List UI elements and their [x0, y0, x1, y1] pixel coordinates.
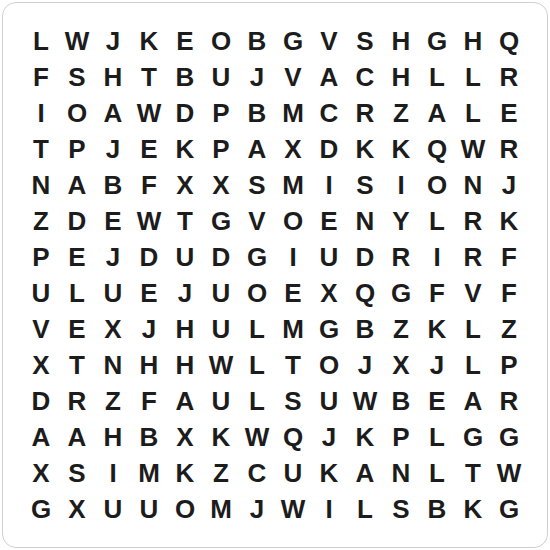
grid-cell[interactable]: U — [131, 491, 167, 527]
grid-cell[interactable]: A — [95, 95, 131, 131]
grid-cell[interactable]: N — [23, 167, 59, 203]
grid-cell[interactable]: X — [23, 455, 59, 491]
grid-cell[interactable]: Q — [491, 23, 527, 59]
grid-cell[interactable]: E — [167, 23, 203, 59]
grid-cell[interactable]: U — [311, 239, 347, 275]
grid-cell[interactable]: X — [383, 347, 419, 383]
grid-cell[interactable]: F — [131, 383, 167, 419]
grid-cell[interactable]: D — [311, 131, 347, 167]
grid-cell[interactable]: M — [131, 455, 167, 491]
grid-cell[interactable]: V — [455, 275, 491, 311]
grid-cell[interactable]: O — [311, 347, 347, 383]
grid-cell[interactable]: H — [131, 347, 167, 383]
grid-cell[interactable]: U — [167, 239, 203, 275]
grid-cell[interactable]: H — [167, 311, 203, 347]
grid-cell[interactable]: L — [347, 491, 383, 527]
grid-cell[interactable]: G — [491, 419, 527, 455]
grid-cell[interactable]: D — [347, 239, 383, 275]
grid-cell[interactable]: R — [347, 95, 383, 131]
grid-cell[interactable]: Y — [383, 203, 419, 239]
grid-cell[interactable]: D — [131, 239, 167, 275]
grid-cell[interactable]: K — [491, 203, 527, 239]
grid-cell[interactable]: G — [419, 23, 455, 59]
grid-cell[interactable]: X — [311, 275, 347, 311]
grid-cell[interactable]: Z — [491, 311, 527, 347]
grid-cell[interactable]: P — [59, 131, 95, 167]
grid-cell[interactable]: E — [275, 275, 311, 311]
grid-cell[interactable]: G — [203, 203, 239, 239]
grid-cell[interactable]: W — [491, 455, 527, 491]
grid-cell[interactable]: O — [239, 275, 275, 311]
grid-cell[interactable]: F — [419, 275, 455, 311]
grid-cell[interactable]: H — [383, 59, 419, 95]
grid-cell[interactable]: Q — [347, 275, 383, 311]
grid-cell[interactable]: V — [239, 203, 275, 239]
grid-cell[interactable]: B — [167, 59, 203, 95]
grid-cell[interactable]: H — [455, 23, 491, 59]
grid-cell[interactable]: B — [383, 383, 419, 419]
grid-cell[interactable]: K — [167, 131, 203, 167]
grid-cell[interactable]: J — [419, 347, 455, 383]
grid-cell[interactable]: S — [383, 491, 419, 527]
grid-cell[interactable]: W — [455, 131, 491, 167]
grid-cell[interactable]: B — [131, 419, 167, 455]
grid-cell[interactable]: T — [275, 347, 311, 383]
grid-cell[interactable]: S — [239, 167, 275, 203]
grid-cell[interactable]: G — [239, 239, 275, 275]
grid-cell[interactable]: W — [275, 491, 311, 527]
grid-cell[interactable]: E — [491, 95, 527, 131]
grid-cell[interactable]: X — [275, 131, 311, 167]
grid-cell[interactable]: G — [275, 23, 311, 59]
grid-cell[interactable]: F — [491, 275, 527, 311]
grid-cell[interactable]: R — [455, 203, 491, 239]
grid-cell[interactable]: M — [275, 167, 311, 203]
grid-cell[interactable]: T — [59, 347, 95, 383]
grid-cell[interactable]: K — [347, 131, 383, 167]
grid-cell[interactable]: O — [419, 167, 455, 203]
grid-cell[interactable]: K — [419, 311, 455, 347]
grid-cell[interactable]: P — [203, 95, 239, 131]
grid-cell[interactable]: E — [419, 383, 455, 419]
grid-cell[interactable]: K — [167, 455, 203, 491]
grid-cell[interactable]: N — [455, 167, 491, 203]
grid-cell[interactable]: T — [23, 131, 59, 167]
grid-cell[interactable]: C — [347, 59, 383, 95]
grid-cell[interactable]: G — [311, 311, 347, 347]
grid-cell[interactable]: S — [347, 167, 383, 203]
grid-cell[interactable]: A — [59, 419, 95, 455]
grid-cell[interactable]: E — [95, 203, 131, 239]
grid-cell[interactable]: R — [455, 239, 491, 275]
grid-cell[interactable]: J — [311, 419, 347, 455]
grid-cell[interactable]: C — [311, 95, 347, 131]
grid-cell[interactable]: X — [59, 491, 95, 527]
grid-cell[interactable]: D — [59, 203, 95, 239]
grid-cell[interactable]: I — [419, 239, 455, 275]
grid-cell[interactable]: J — [239, 59, 275, 95]
grid-cell[interactable]: B — [239, 95, 275, 131]
grid-cell[interactable]: J — [131, 311, 167, 347]
grid-cell[interactable]: W — [203, 347, 239, 383]
grid-cell[interactable]: L — [239, 383, 275, 419]
grid-cell[interactable]: I — [23, 95, 59, 131]
grid-cell[interactable]: W — [131, 203, 167, 239]
grid-cell[interactable]: D — [203, 239, 239, 275]
grid-cell[interactable]: L — [419, 419, 455, 455]
grid-cell[interactable]: J — [239, 491, 275, 527]
grid-cell[interactable]: N — [95, 347, 131, 383]
grid-cell[interactable]: N — [383, 455, 419, 491]
grid-cell[interactable]: S — [59, 455, 95, 491]
grid-cell[interactable]: K — [131, 23, 167, 59]
grid-cell[interactable]: O — [59, 95, 95, 131]
grid-cell[interactable]: L — [419, 59, 455, 95]
grid-cell[interactable]: A — [239, 131, 275, 167]
grid-cell[interactable]: I — [311, 167, 347, 203]
grid-cell[interactable]: R — [491, 383, 527, 419]
grid-cell[interactable]: W — [347, 383, 383, 419]
grid-cell[interactable]: U — [95, 491, 131, 527]
grid-cell[interactable]: G — [455, 419, 491, 455]
grid-cell[interactable]: H — [383, 23, 419, 59]
grid-cell[interactable]: B — [239, 23, 275, 59]
grid-cell[interactable]: A — [311, 59, 347, 95]
grid-cell[interactable]: I — [275, 239, 311, 275]
grid-cell[interactable]: X — [167, 167, 203, 203]
grid-cell[interactable]: B — [347, 311, 383, 347]
grid-cell[interactable]: X — [23, 347, 59, 383]
grid-cell[interactable]: U — [203, 383, 239, 419]
grid-cell[interactable]: L — [239, 347, 275, 383]
grid-cell[interactable]: E — [131, 275, 167, 311]
grid-cell[interactable]: P — [491, 347, 527, 383]
grid-cell[interactable]: U — [23, 275, 59, 311]
grid-cell[interactable]: A — [23, 419, 59, 455]
grid-cell[interactable]: R — [59, 383, 95, 419]
grid-cell[interactable]: E — [311, 203, 347, 239]
grid-cell[interactable]: U — [275, 455, 311, 491]
grid-cell[interactable]: L — [455, 311, 491, 347]
grid-cell[interactable]: L — [455, 95, 491, 131]
grid-cell[interactable]: R — [491, 131, 527, 167]
grid-cell[interactable]: S — [59, 59, 95, 95]
grid-cell[interactable]: X — [167, 419, 203, 455]
grid-cell[interactable]: V — [311, 23, 347, 59]
grid-cell[interactable]: N — [347, 203, 383, 239]
grid-cell[interactable]: R — [383, 239, 419, 275]
grid-cell[interactable]: M — [203, 491, 239, 527]
grid-cell[interactable]: A — [347, 455, 383, 491]
grid-cell[interactable]: A — [455, 383, 491, 419]
grid-cell[interactable]: U — [203, 59, 239, 95]
grid-cell[interactable]: H — [95, 59, 131, 95]
grid-cell[interactable]: Q — [275, 419, 311, 455]
grid-cell[interactable]: L — [455, 59, 491, 95]
grid-cell[interactable]: W — [239, 419, 275, 455]
grid-cell[interactable]: M — [275, 311, 311, 347]
grid-cell[interactable]: K — [383, 131, 419, 167]
grid-cell[interactable]: V — [275, 59, 311, 95]
grid-cell[interactable]: L — [419, 203, 455, 239]
grid-cell[interactable]: Z — [203, 455, 239, 491]
grid-cell[interactable]: E — [59, 311, 95, 347]
grid-cell[interactable]: B — [95, 167, 131, 203]
grid-cell[interactable]: Z — [23, 203, 59, 239]
grid-cell[interactable]: F — [23, 59, 59, 95]
grid-cell[interactable]: L — [419, 455, 455, 491]
grid-cell[interactable]: U — [311, 383, 347, 419]
grid-cell[interactable]: V — [23, 311, 59, 347]
grid-cell[interactable]: O — [275, 203, 311, 239]
grid-cell[interactable]: M — [275, 95, 311, 131]
grid-cell[interactable]: S — [347, 23, 383, 59]
board-frame: LWJKEOBGVSHGHQFSHTBUJVACHLLRIOAWDPBMCRZA… — [2, 2, 548, 548]
grid-cell[interactable]: G — [23, 491, 59, 527]
grid-cell[interactable]: T — [167, 203, 203, 239]
grid-cell[interactable]: E — [59, 239, 95, 275]
grid-cell[interactable]: I — [383, 167, 419, 203]
grid-cell[interactable]: G — [383, 275, 419, 311]
grid-cell[interactable]: J — [95, 131, 131, 167]
grid-cell[interactable]: R — [491, 59, 527, 95]
word-search-board: LWJKEOBGVSHGHQFSHTBUJVACHLLRIOAWDPBMCRZA… — [23, 23, 527, 527]
grid-cell[interactable]: U — [203, 311, 239, 347]
grid-cell[interactable]: Z — [383, 311, 419, 347]
grid-cell[interactable]: K — [311, 455, 347, 491]
grid-cell[interactable]: J — [167, 275, 203, 311]
grid-cell[interactable]: O — [167, 491, 203, 527]
grid-cell[interactable]: I — [311, 491, 347, 527]
grid-cell[interactable]: I — [95, 455, 131, 491]
grid-cell[interactable]: J — [491, 167, 527, 203]
grid-cell[interactable]: D — [23, 383, 59, 419]
grid-cell[interactable]: L — [23, 23, 59, 59]
grid-cell[interactable]: W — [59, 23, 95, 59]
grid-cell[interactable]: A — [59, 167, 95, 203]
grid-cell[interactable]: L — [59, 275, 95, 311]
grid-cell[interactable]: J — [347, 347, 383, 383]
grid-cell[interactable]: U — [203, 275, 239, 311]
grid-cell[interactable]: D — [167, 95, 203, 131]
grid-cell[interactable]: P — [383, 419, 419, 455]
grid-cell[interactable]: E — [131, 131, 167, 167]
grid-cell[interactable]: P — [203, 131, 239, 167]
grid-cell[interactable]: A — [167, 383, 203, 419]
grid-cell[interactable]: W — [131, 95, 167, 131]
grid-cell[interactable]: K — [203, 419, 239, 455]
grid-cell[interactable]: Z — [95, 383, 131, 419]
grid-cell[interactable]: J — [95, 23, 131, 59]
grid-cell[interactable]: Z — [383, 95, 419, 131]
grid-cell[interactable]: X — [203, 167, 239, 203]
word-search-page: LWJKEOBGVSHGHQFSHTBUJVACHLLRIOAWDPBMCRZA… — [0, 0, 550, 550]
grid-cell[interactable]: B — [419, 491, 455, 527]
grid-cell[interactable]: S — [275, 383, 311, 419]
grid-cell[interactable]: T — [131, 59, 167, 95]
grid-cell[interactable]: F — [491, 239, 527, 275]
grid-cell[interactable]: Q — [419, 131, 455, 167]
grid-cell[interactable]: C — [239, 455, 275, 491]
grid-cell[interactable]: H — [167, 347, 203, 383]
grid-cell[interactable]: G — [491, 491, 527, 527]
grid-cell[interactable]: K — [347, 419, 383, 455]
grid-cell[interactable]: L — [455, 347, 491, 383]
grid-cell[interactable]: K — [455, 491, 491, 527]
grid-cell[interactable]: T — [455, 455, 491, 491]
grid-cell[interactable]: H — [95, 419, 131, 455]
grid-cell[interactable]: P — [23, 239, 59, 275]
grid-cell[interactable]: X — [95, 311, 131, 347]
grid-cell[interactable]: L — [239, 311, 275, 347]
grid-cell[interactable]: F — [131, 167, 167, 203]
grid-cell[interactable]: A — [419, 95, 455, 131]
grid-cell[interactable]: U — [95, 275, 131, 311]
grid-cell[interactable]: O — [203, 23, 239, 59]
grid-cell[interactable]: J — [95, 239, 131, 275]
